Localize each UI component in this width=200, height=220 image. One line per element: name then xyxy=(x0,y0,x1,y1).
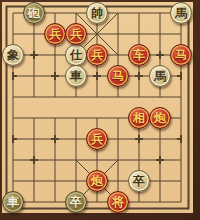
piece-red-horse-i2[interactable]: 马 xyxy=(170,44,192,66)
piece-red-soldier-e2[interactable]: 兵 xyxy=(86,44,108,66)
piece-black-elephant-a2[interactable]: 象 xyxy=(2,44,24,66)
piece-black-chariot-d3[interactable]: 車 xyxy=(65,65,87,87)
piece-black-horse-i0[interactable]: 馬 xyxy=(170,2,192,24)
piece-red-soldier-e6[interactable]: 兵 xyxy=(86,128,108,150)
piece-red-soldier-d1[interactable]: 兵 xyxy=(65,23,87,45)
piece-black-horse-h3[interactable]: 馬 xyxy=(149,65,171,87)
piece-red-elephant-g5[interactable]: 相 xyxy=(128,107,150,129)
piece-red-cannon-h5[interactable]: 炮 xyxy=(149,107,171,129)
piece-black-advisor-d2[interactable]: 仕 xyxy=(65,44,87,66)
piece-black-general-e0[interactable]: 帥 xyxy=(86,2,108,24)
pieces-layer: 砲帥馬象仕車馬卒車卒兵兵兵车马马相炮兵炮将 xyxy=(0,0,200,220)
piece-black-soldier-g8[interactable]: 卒 xyxy=(128,170,150,192)
piece-black-soldier-d9[interactable]: 卒 xyxy=(65,191,87,213)
piece-red-general-f9[interactable]: 将 xyxy=(107,191,129,213)
piece-black-cannon-b0[interactable]: 砲 xyxy=(23,2,45,24)
piece-red-chariot-g2[interactable]: 车 xyxy=(128,44,150,66)
piece-black-chariot-a9[interactable]: 車 xyxy=(2,191,24,213)
piece-red-soldier-c1[interactable]: 兵 xyxy=(44,23,66,45)
piece-red-cannon-e8[interactable]: 炮 xyxy=(86,170,108,192)
piece-red-horse-f3[interactable]: 马 xyxy=(107,65,129,87)
xiangqi-app: 砲帥馬象仕車馬卒車卒兵兵兵车马马相炮兵炮将 xyxy=(0,0,200,220)
